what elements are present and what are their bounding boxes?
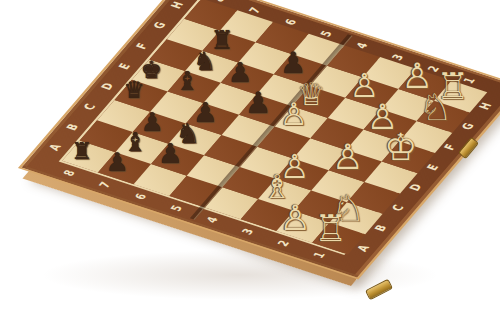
rim-label-file-g-top: G: [152, 21, 169, 30]
rim-label-file-d-bottom: D: [408, 183, 425, 193]
piece-black-pawn-e5[interactable]: ♟: [245, 89, 271, 118]
piece-white-rook-a1[interactable]: ♖: [314, 210, 347, 247]
rim-label-rank-4-left: 4: [205, 216, 221, 225]
rim-label-rank-2-left: 2: [276, 239, 292, 248]
piece-black-pawn-f6[interactable]: ♟: [228, 59, 253, 87]
rim-label-file-h-top: H: [169, 0, 186, 10]
piece-black-queen-d8[interactable]: ♛: [123, 79, 144, 103]
rim-label-file-f-top: F: [134, 42, 150, 51]
rim-label-rank-7-left: 7: [98, 181, 114, 190]
rim-label-rank-6-left: 6: [133, 192, 149, 201]
piece-white-pawn-a2[interactable]: ♙: [280, 200, 311, 235]
rim-label-file-g-bottom: G: [460, 122, 477, 131]
piece-black-pawn-a7[interactable]: ♟: [106, 150, 129, 176]
chess-set-photo: AABBCCDDEEFFGGHH1122334455667788 ♜♞♟♚♟♙♝…: [0, 0, 500, 318]
piece-black-bishop-e7[interactable]: ♝: [176, 69, 199, 95]
rim-label-file-e-bottom: E: [425, 163, 441, 172]
chess-board: AABBCCDDEEFFGGHH1122334455667788: [22, 0, 500, 277]
rim-label-file-e-top: E: [117, 62, 133, 71]
rim-label-file-c-bottom: C: [390, 204, 406, 213]
piece-black-pawn-b6[interactable]: ♟: [158, 140, 183, 168]
piece-black-rook-a8[interactable]: ♜: [71, 140, 92, 164]
rim-label-file-c-top: C: [82, 103, 98, 112]
rim-label-file-b-top: B: [65, 123, 81, 132]
rim-label-rank-5-left: 5: [169, 204, 185, 213]
piece-white-pawn-d2[interactable]: ♙: [332, 139, 363, 174]
rim-label-file-h-bottom: H: [477, 101, 494, 111]
rim-label-rank-1-left: 1: [312, 251, 328, 260]
piece-black-pawn-g5[interactable]: ♟: [280, 49, 306, 78]
piece-white-king-e1[interactable]: ♔: [384, 129, 417, 166]
rim-label-rank-3-left: 3: [240, 227, 256, 236]
rim-label-file-f-bottom: F: [443, 143, 459, 152]
rim-label-file-a-bottom: A: [355, 244, 371, 253]
rim-label-file-a-top: A: [47, 143, 63, 152]
piece-white-pawn-e4[interactable]: ♙: [280, 99, 308, 130]
piece-white-knight-g1[interactable]: ♘: [419, 89, 452, 126]
rim-label-rank-8-left: 8: [62, 169, 78, 178]
rim-label-file-b-bottom: B: [373, 224, 389, 233]
rim-label-file-d-top: D: [100, 82, 117, 92]
